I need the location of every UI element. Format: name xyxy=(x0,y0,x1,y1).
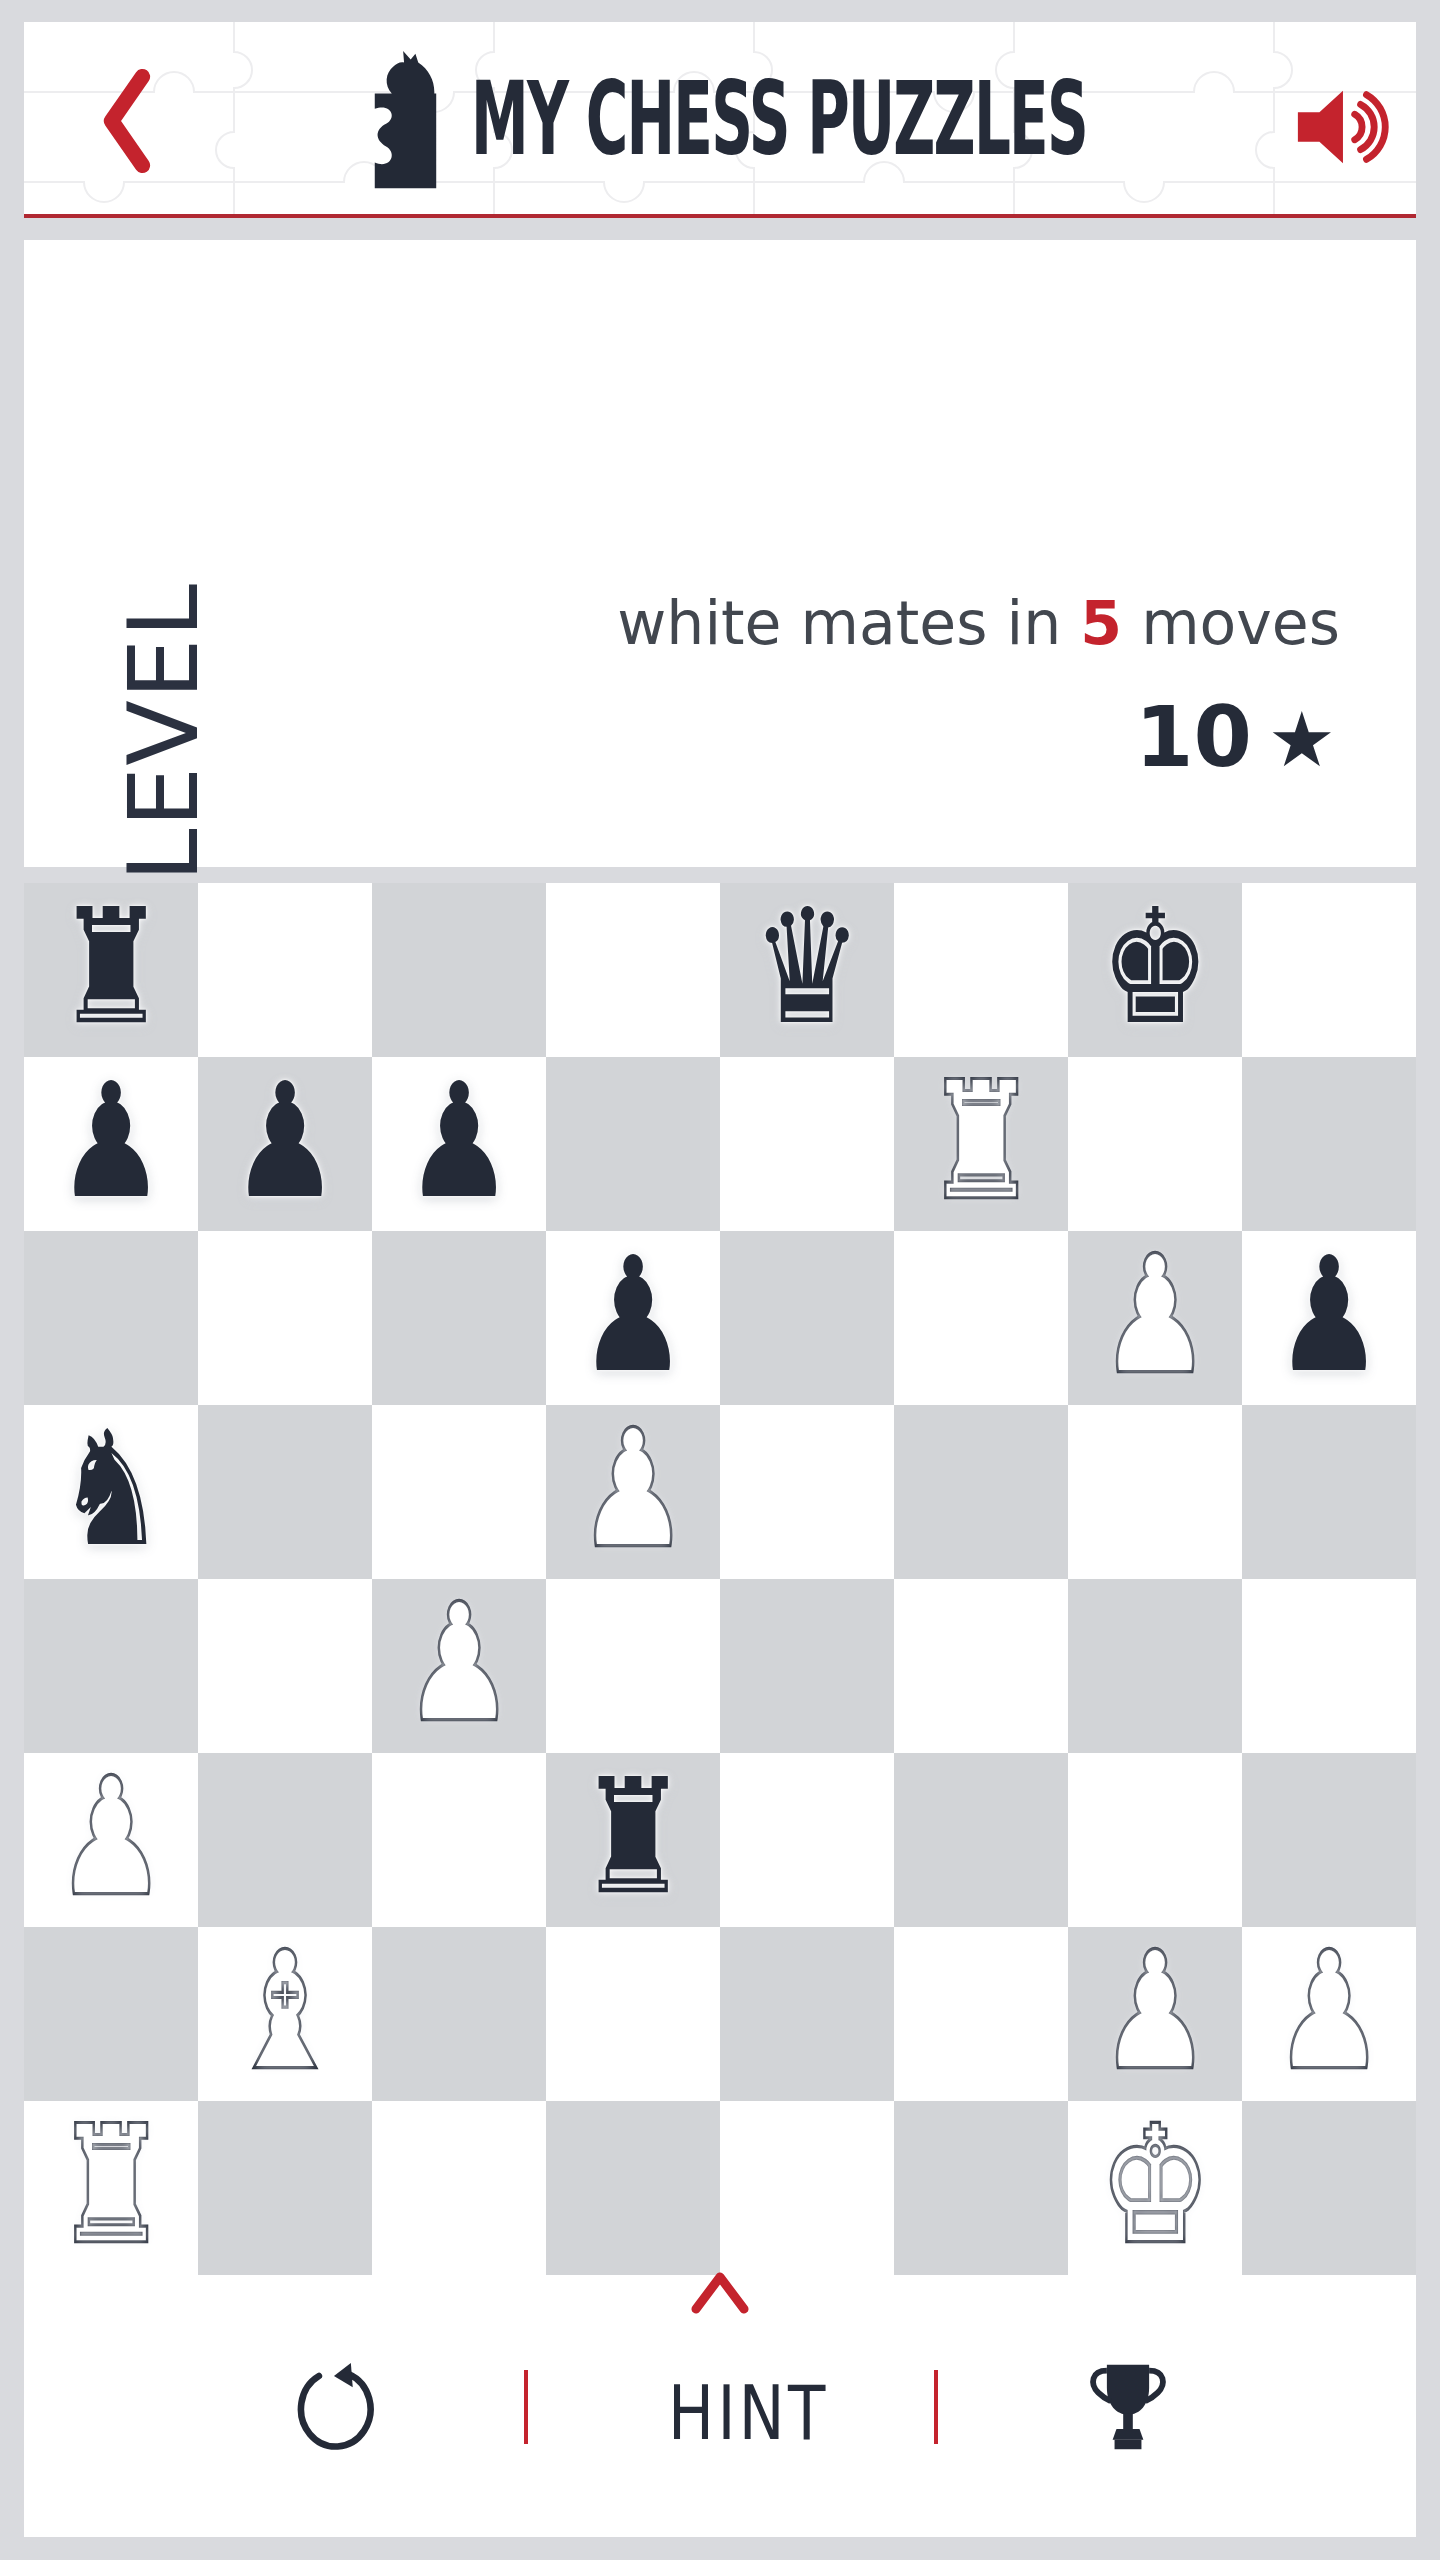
square-b2[interactable]: ♝ xyxy=(198,1927,372,2101)
sound-button[interactable] xyxy=(1292,82,1390,172)
square-d7[interactable] xyxy=(546,1057,720,1231)
speaker-icon xyxy=(1298,91,1385,164)
square-g2[interactable]: ♟ xyxy=(1068,1927,1242,2101)
trophy-icon xyxy=(1093,2365,1163,2449)
square-f3[interactable] xyxy=(894,1753,1068,1927)
square-h7[interactable] xyxy=(1242,1057,1416,1231)
square-f7[interactable]: ♜ xyxy=(894,1057,1068,1231)
black-pawn: ♟ xyxy=(230,1049,340,1233)
white-king: ♚ xyxy=(1100,2093,1210,2277)
square-e8[interactable]: ♛ xyxy=(720,883,894,1057)
toolbar-divider-right xyxy=(934,2370,938,2444)
restart-button[interactable] xyxy=(290,2361,376,2455)
square-g6[interactable]: ♟ xyxy=(1068,1231,1242,1405)
square-g5[interactable] xyxy=(1068,1405,1242,1579)
square-f8[interactable] xyxy=(894,883,1068,1057)
white-bishop: ♝ xyxy=(230,1919,340,2103)
white-pawn: ♟ xyxy=(1100,1223,1210,1407)
square-g3[interactable] xyxy=(1068,1753,1242,1927)
black-pawn: ♟ xyxy=(1274,1223,1384,1407)
square-b3[interactable] xyxy=(198,1753,372,1927)
square-e3[interactable] xyxy=(720,1753,894,1927)
black-pawn: ♟ xyxy=(404,1049,514,1233)
square-g8[interactable]: ♚ xyxy=(1068,883,1242,1057)
square-f4[interactable] xyxy=(894,1579,1068,1753)
square-b4[interactable] xyxy=(198,1579,372,1753)
title-box: MY CHESS PUZZLES xyxy=(454,60,1104,177)
square-a2[interactable] xyxy=(24,1927,198,2101)
square-e7[interactable] xyxy=(720,1057,894,1231)
square-g7[interactable] xyxy=(1068,1057,1242,1231)
square-e5[interactable] xyxy=(720,1405,894,1579)
toolbar-divider-left xyxy=(524,2370,528,2444)
white-pawn: ♟ xyxy=(404,1571,514,1755)
restart-circular-arrow-icon xyxy=(301,2363,371,2447)
square-h8[interactable] xyxy=(1242,883,1416,1057)
white-pawn: ♟ xyxy=(1100,1919,1210,2103)
star-count: 10 xyxy=(1135,688,1252,786)
square-d2[interactable] xyxy=(546,1927,720,2101)
square-b6[interactable] xyxy=(198,1231,372,1405)
star-reward: 10★ xyxy=(1135,688,1336,786)
chess-puzzle-app: { "app": { "title": "MY CHESS PUZZLES" }… xyxy=(0,0,1440,2560)
white-rook: ♜ xyxy=(926,1049,1036,1233)
square-c3[interactable] xyxy=(372,1753,546,1927)
white-rook: ♜ xyxy=(56,2093,166,2277)
objective-moves-count: 5 xyxy=(1080,588,1122,658)
square-a4[interactable] xyxy=(24,1579,198,1753)
square-a8[interactable]: ♜ xyxy=(24,883,198,1057)
square-f2[interactable] xyxy=(894,1927,1068,2101)
white-pawn: ♟ xyxy=(578,1397,688,1581)
square-a3[interactable]: ♟ xyxy=(24,1753,198,1927)
black-pawn: ♟ xyxy=(578,1223,688,1407)
level-panel: LEVEL 01 white mates in 5 moves 10★ xyxy=(24,240,1416,867)
square-d3[interactable]: ♜ xyxy=(546,1753,720,1927)
square-d4[interactable] xyxy=(546,1579,720,1753)
square-c5[interactable] xyxy=(372,1405,546,1579)
trophy-button[interactable] xyxy=(1080,2359,1176,2455)
level-label: LEVEL xyxy=(108,570,220,882)
square-b8[interactable] xyxy=(198,883,372,1057)
square-e6[interactable] xyxy=(720,1231,894,1405)
square-d6[interactable]: ♟ xyxy=(546,1231,720,1405)
square-b1[interactable] xyxy=(198,2101,372,2275)
chevron-up-icon xyxy=(696,2277,744,2309)
square-c8[interactable] xyxy=(372,883,546,1057)
square-a6[interactable] xyxy=(24,1231,198,1405)
square-f6[interactable] xyxy=(894,1231,1068,1405)
square-h6[interactable]: ♟ xyxy=(1242,1231,1416,1405)
square-h4[interactable] xyxy=(1242,1579,1416,1753)
board-panel: ♜♛♚♟♟♟♜♟♟♟♞♟♟♟♜♝♟♟♜♚ HINT xyxy=(24,883,1416,2537)
square-b7[interactable]: ♟ xyxy=(198,1057,372,1231)
black-rook: ♜ xyxy=(578,1745,688,1929)
square-d5[interactable]: ♟ xyxy=(546,1405,720,1579)
black-rook: ♜ xyxy=(56,875,166,1059)
square-d1[interactable] xyxy=(546,2101,720,2275)
square-c2[interactable] xyxy=(372,1927,546,2101)
square-e2[interactable] xyxy=(720,1927,894,2101)
objective-prefix: white mates in xyxy=(617,588,1080,658)
square-h1[interactable] xyxy=(1242,2101,1416,2275)
expand-drawer-button[interactable] xyxy=(688,2271,752,2315)
square-f1[interactable] xyxy=(894,2101,1068,2275)
square-g4[interactable] xyxy=(1068,1579,1242,1753)
square-c6[interactable] xyxy=(372,1231,546,1405)
square-d8[interactable] xyxy=(546,883,720,1057)
square-g1[interactable]: ♚ xyxy=(1068,2101,1242,2275)
chess-board[interactable]: ♜♛♚♟♟♟♜♟♟♟♞♟♟♟♜♝♟♟♜♚ xyxy=(24,883,1416,2275)
square-h2[interactable]: ♟ xyxy=(1242,1927,1416,2101)
white-pawn: ♟ xyxy=(56,1745,166,1929)
header-title-group: MY CHESS PUZZLES xyxy=(24,22,1416,214)
square-f5[interactable] xyxy=(894,1405,1068,1579)
square-h5[interactable] xyxy=(1242,1405,1416,1579)
square-e1[interactable] xyxy=(720,2101,894,2275)
header-bar: MY CHESS PUZZLES xyxy=(24,22,1416,218)
black-pawn: ♟ xyxy=(56,1049,166,1233)
square-a1[interactable]: ♜ xyxy=(24,2101,198,2275)
black-king: ♚ xyxy=(1100,875,1210,1059)
black-knight: ♞ xyxy=(56,1397,166,1581)
knight-puzzle-logo-icon xyxy=(336,45,440,197)
square-b5[interactable] xyxy=(198,1405,372,1579)
square-a7[interactable]: ♟ xyxy=(24,1057,198,1231)
square-h3[interactable] xyxy=(1242,1753,1416,1927)
black-queen: ♛ xyxy=(752,875,862,1059)
square-c7[interactable]: ♟ xyxy=(372,1057,546,1231)
star-icon: ★ xyxy=(1268,695,1336,784)
hint-button[interactable]: HINT xyxy=(668,2369,829,2457)
page-title: MY CHESS PUZZLES xyxy=(471,58,1087,177)
puzzle-objective: white mates in 5 moves xyxy=(617,588,1340,658)
square-a5[interactable]: ♞ xyxy=(24,1405,198,1579)
square-c1[interactable] xyxy=(372,2101,546,2275)
square-e4[interactable] xyxy=(720,1579,894,1753)
white-pawn: ♟ xyxy=(1274,1919,1384,2103)
objective-suffix: moves xyxy=(1122,588,1340,658)
square-c4[interactable]: ♟ xyxy=(372,1579,546,1753)
